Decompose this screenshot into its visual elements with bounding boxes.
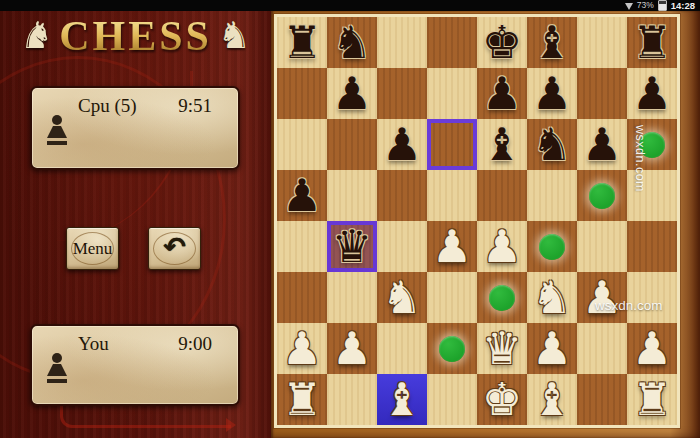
- decorative-arrow-icon: [226, 418, 236, 432]
- square-h4[interactable]: [627, 221, 677, 272]
- piece-white-knight[interactable]: ♞: [377, 272, 427, 323]
- status-bar: 73% 14:28: [0, 0, 700, 11]
- square-e2[interactable]: ♛: [477, 323, 527, 374]
- app-window: 73% 14:28 ♞ CHESS ♞ Cpu (5) 9:51 Menu: [0, 0, 700, 438]
- square-e4[interactable]: ♟: [477, 221, 527, 272]
- piece-black-rook[interactable]: ♜: [627, 17, 677, 68]
- legal-move-dot[interactable]: [439, 336, 465, 362]
- clock-text: 14:28: [671, 0, 695, 11]
- square-f3[interactable]: ♞: [527, 272, 577, 323]
- square-b3[interactable]: [327, 272, 377, 323]
- square-h7[interactable]: ♟: [627, 68, 677, 119]
- square-d5[interactable]: [427, 170, 477, 221]
- piece-black-bishop[interactable]: ♝: [527, 17, 577, 68]
- square-h8[interactable]: ♜: [627, 17, 677, 68]
- square-c3[interactable]: ♞: [377, 272, 427, 323]
- square-b6[interactable]: [327, 119, 377, 170]
- watermark: wsxdn.com: [633, 125, 647, 192]
- square-d3[interactable]: [427, 272, 477, 323]
- square-e8[interactable]: ♚: [477, 17, 527, 68]
- square-e6[interactable]: ♝: [477, 119, 527, 170]
- piece-white-queen[interactable]: ♛: [477, 323, 527, 374]
- piece-black-king[interactable]: ♚: [477, 17, 527, 68]
- piece-white-bishop[interactable]: ♝: [377, 374, 427, 425]
- square-d7[interactable]: [427, 68, 477, 119]
- you-player-clock: 9:00: [178, 333, 212, 355]
- player-icon: [45, 115, 69, 151]
- player-icon: [45, 353, 69, 389]
- board-frame: ♜♞♚♝♜♟♟♟♟♟♝♞♟♟♛♟♟♞♞♟♟♟♛♟♟♜♝♚♝♜: [271, 11, 700, 438]
- legal-move-dot[interactable]: [539, 234, 565, 260]
- piece-black-knight[interactable]: ♞: [527, 119, 577, 170]
- piece-black-pawn[interactable]: ♟: [277, 170, 327, 221]
- piece-black-bishop[interactable]: ♝: [477, 119, 527, 170]
- knight-icon: ♞: [20, 13, 53, 59]
- square-g4[interactable]: [577, 221, 627, 272]
- square-b5[interactable]: [327, 170, 377, 221]
- square-c4[interactable]: [377, 221, 427, 272]
- piece-black-queen[interactable]: ♛: [327, 221, 377, 272]
- you-player-name: You: [78, 333, 109, 355]
- square-c6[interactable]: ♟: [377, 119, 427, 170]
- square-f6[interactable]: ♞: [527, 119, 577, 170]
- piece-black-knight[interactable]: ♞: [327, 17, 377, 68]
- square-d8[interactable]: [427, 17, 477, 68]
- piece-white-rook[interactable]: ♜: [277, 374, 327, 425]
- signal-icon: [625, 3, 633, 10]
- knight-icon: ♞: [218, 13, 251, 59]
- square-a3[interactable]: [277, 272, 327, 323]
- square-d4[interactable]: ♟: [427, 221, 477, 272]
- piece-white-pawn[interactable]: ♟: [627, 323, 677, 374]
- piece-black-pawn[interactable]: ♟: [327, 68, 377, 119]
- square-a4[interactable]: [277, 221, 327, 272]
- cpu-player-card: Cpu (5) 9:51: [30, 86, 240, 170]
- square-a6[interactable]: [277, 119, 327, 170]
- sidebar: ♞ CHESS ♞ Cpu (5) 9:51 Menu ↶ You 9:00: [0, 11, 271, 438]
- legal-move-dot[interactable]: [589, 183, 615, 209]
- square-a8[interactable]: ♜: [277, 17, 327, 68]
- square-f4[interactable]: [527, 221, 577, 272]
- piece-white-pawn[interactable]: ♟: [427, 221, 477, 272]
- square-f7[interactable]: ♟: [527, 68, 577, 119]
- square-d1[interactable]: [427, 374, 477, 425]
- square-a2[interactable]: ♟: [277, 323, 327, 374]
- square-f8[interactable]: ♝: [527, 17, 577, 68]
- menu-button[interactable]: Menu: [66, 227, 119, 270]
- app-title: CHESS: [59, 13, 212, 59]
- square-c1[interactable]: ♝: [377, 374, 427, 425]
- piece-white-pawn[interactable]: ♟: [327, 323, 377, 374]
- chess-board: ♜♞♚♝♜♟♟♟♟♟♝♞♟♟♛♟♟♞♞♟♟♟♛♟♟♜♝♚♝♜: [277, 17, 677, 425]
- square-g6[interactable]: ♟: [577, 119, 627, 170]
- square-g1[interactable]: [577, 374, 627, 425]
- square-f5[interactable]: [527, 170, 577, 221]
- square-c7[interactable]: [377, 68, 427, 119]
- square-d2[interactable]: [427, 323, 477, 374]
- square-e1[interactable]: ♚: [477, 374, 527, 425]
- square-b7[interactable]: ♟: [327, 68, 377, 119]
- board-border: ♜♞♚♝♜♟♟♟♟♟♝♞♟♟♛♟♟♞♞♟♟♟♛♟♟♜♝♚♝♜: [274, 14, 680, 428]
- square-g8[interactable]: [577, 17, 627, 68]
- watermark: wsxdn.com: [595, 298, 663, 313]
- cpu-player-name: Cpu (5): [78, 95, 137, 117]
- square-d6[interactable]: [427, 119, 477, 170]
- piece-white-pawn[interactable]: ♟: [527, 323, 577, 374]
- square-c2[interactable]: [377, 323, 427, 374]
- battery-percent: 73%: [637, 0, 654, 11]
- piece-black-pawn[interactable]: ♟: [527, 68, 577, 119]
- square-e3[interactable]: [477, 272, 527, 323]
- square-b2[interactable]: ♟: [327, 323, 377, 374]
- battery-icon: [658, 0, 667, 11]
- square-a7[interactable]: [277, 68, 327, 119]
- piece-white-king[interactable]: ♚: [477, 374, 527, 425]
- cpu-player-clock: 9:51: [178, 95, 212, 117]
- square-g5[interactable]: [577, 170, 627, 221]
- square-b4[interactable]: ♛: [327, 221, 377, 272]
- square-c5[interactable]: [377, 170, 427, 221]
- undo-button[interactable]: ↶: [148, 227, 201, 270]
- piece-white-pawn[interactable]: ♟: [277, 323, 327, 374]
- piece-black-rook[interactable]: ♜: [277, 17, 327, 68]
- piece-white-bishop[interactable]: ♝: [527, 374, 577, 425]
- square-c8[interactable]: [377, 17, 427, 68]
- undo-arrow-icon: ↶: [163, 231, 186, 262]
- menu-button-label: Menu: [73, 239, 113, 259]
- square-f1[interactable]: ♝: [527, 374, 577, 425]
- square-f2[interactable]: ♟: [527, 323, 577, 374]
- piece-black-pawn[interactable]: ♟: [377, 119, 427, 170]
- you-player-card: You 9:00: [30, 324, 240, 406]
- piece-white-pawn[interactable]: ♟: [477, 221, 527, 272]
- square-a1[interactable]: ♜: [277, 374, 327, 425]
- piece-black-pawn[interactable]: ♟: [477, 68, 527, 119]
- piece-black-pawn[interactable]: ♟: [627, 68, 677, 119]
- square-e7[interactable]: ♟: [477, 68, 527, 119]
- square-g2[interactable]: [577, 323, 627, 374]
- square-h1[interactable]: ♜: [627, 374, 677, 425]
- square-g7[interactable]: [577, 68, 627, 119]
- piece-black-pawn[interactable]: ♟: [577, 119, 627, 170]
- piece-white-rook[interactable]: ♜: [627, 374, 677, 425]
- piece-white-knight[interactable]: ♞: [527, 272, 577, 323]
- square-b1[interactable]: [327, 374, 377, 425]
- square-e5[interactable]: [477, 170, 527, 221]
- square-a5[interactable]: ♟: [277, 170, 327, 221]
- square-b8[interactable]: ♞: [327, 17, 377, 68]
- legal-move-dot[interactable]: [489, 285, 515, 311]
- square-h2[interactable]: ♟: [627, 323, 677, 374]
- app-title-row: ♞ CHESS ♞: [0, 13, 271, 59]
